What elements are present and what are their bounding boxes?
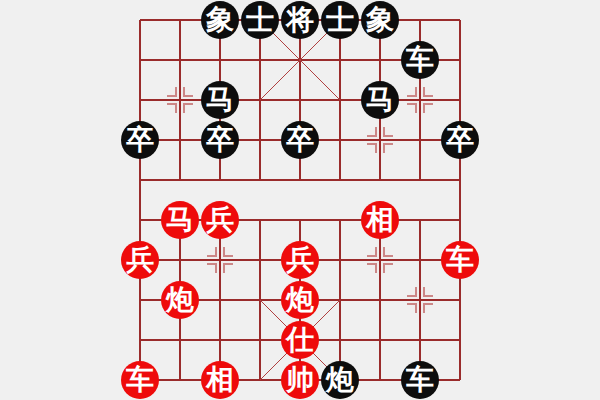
piece-black-elephant[interactable]: 象 bbox=[361, 1, 399, 39]
piece-red-soldier[interactable]: 兵 bbox=[201, 201, 239, 239]
piece-black-advisor[interactable]: 士 bbox=[321, 1, 359, 39]
piece-red-general[interactable]: 帅 bbox=[281, 361, 319, 399]
piece-black-soldier[interactable]: 卒 bbox=[201, 121, 239, 159]
piece-black-soldier[interactable]: 卒 bbox=[121, 121, 159, 159]
piece-red-chariot[interactable]: 车 bbox=[121, 361, 159, 399]
piece-black-chariot[interactable]: 车 bbox=[401, 41, 439, 79]
piece-black-general[interactable]: 将 bbox=[281, 1, 319, 39]
pieces-layer: 象士将士象车马马卒卒卒卒炮车马兵相兵兵车炮炮仕车相帅 bbox=[0, 0, 600, 400]
xiangqi-app: 象士将士象车马马卒卒卒卒炮车马兵相兵兵车炮炮仕车相帅 bbox=[0, 0, 600, 400]
piece-black-horse[interactable]: 马 bbox=[361, 81, 399, 119]
piece-black-chariot[interactable]: 车 bbox=[401, 361, 439, 399]
piece-red-elephant[interactable]: 相 bbox=[201, 361, 239, 399]
piece-red-soldier[interactable]: 兵 bbox=[121, 241, 159, 279]
piece-red-elephant[interactable]: 相 bbox=[361, 201, 399, 239]
piece-red-advisor[interactable]: 仕 bbox=[281, 321, 319, 359]
piece-black-horse[interactable]: 马 bbox=[201, 81, 239, 119]
piece-red-cannon[interactable]: 炮 bbox=[281, 281, 319, 319]
piece-red-soldier[interactable]: 兵 bbox=[281, 241, 319, 279]
piece-black-elephant[interactable]: 象 bbox=[201, 1, 239, 39]
piece-red-horse[interactable]: 马 bbox=[161, 201, 199, 239]
piece-black-cannon[interactable]: 炮 bbox=[321, 361, 359, 399]
piece-red-chariot[interactable]: 车 bbox=[441, 241, 479, 279]
xiangqi-board[interactable]: 象士将士象车马马卒卒卒卒炮车马兵相兵兵车炮炮仕车相帅 bbox=[0, 0, 600, 400]
piece-black-soldier[interactable]: 卒 bbox=[281, 121, 319, 159]
piece-black-soldier[interactable]: 卒 bbox=[441, 121, 479, 159]
piece-red-cannon[interactable]: 炮 bbox=[161, 281, 199, 319]
piece-black-advisor[interactable]: 士 bbox=[241, 1, 279, 39]
